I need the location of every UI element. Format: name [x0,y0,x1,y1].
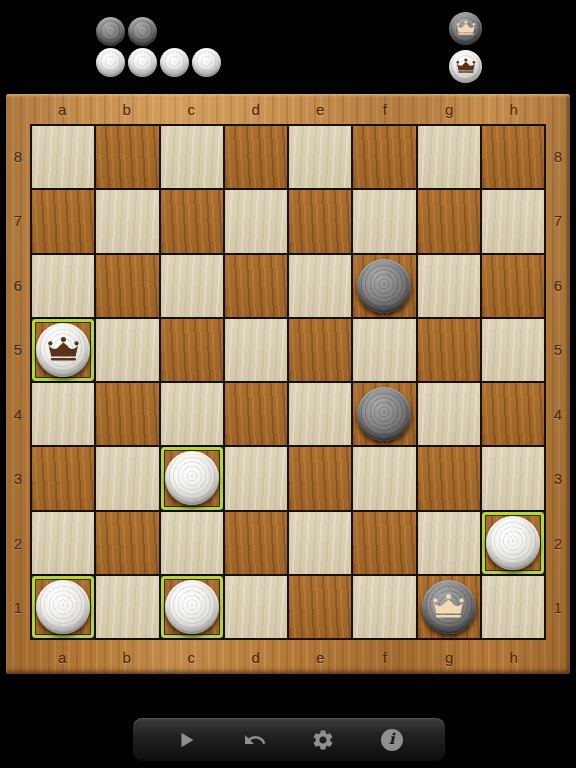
rank-label-5: 5 [6,318,30,383]
square-f2[interactable] [353,512,415,574]
checkers-app-screen: abcdefgh abcdefgh 87654321 87654321 i [0,0,576,768]
file-label-h: h [482,94,547,124]
piece-black-king [449,12,482,45]
square-h8[interactable] [482,126,544,188]
square-d6[interactable] [225,255,287,317]
square-h5[interactable] [482,319,544,381]
piece-black-man [128,17,157,46]
rank-labels-right: 87654321 [546,124,570,640]
square-d5[interactable] [225,319,287,381]
piece-black-king-g1[interactable] [422,580,476,634]
square-f4[interactable] [353,383,415,445]
rank-label-2: 2 [6,511,30,576]
square-e7[interactable] [289,190,351,252]
piece-white-man-a1[interactable] [36,580,90,634]
square-d3[interactable] [225,447,287,509]
square-g1[interactable] [418,576,480,638]
file-label-e: e [288,94,353,124]
file-label-b: b [95,94,160,124]
piece-white-man-c3[interactable] [165,451,219,505]
square-b6[interactable] [96,255,158,317]
rank-label-4: 4 [6,382,30,447]
rank-label-3: 3 [546,447,570,512]
square-g6[interactable] [418,255,480,317]
captured-black-row [96,17,221,46]
file-label-f: f [353,640,418,674]
undo-button[interactable] [240,725,270,755]
crown-icon [44,333,83,366]
settings-button[interactable] [308,725,338,755]
file-label-e: e [288,640,353,674]
square-g4[interactable] [418,383,480,445]
piece-white-man [128,48,157,77]
square-f3[interactable] [353,447,415,509]
square-g3[interactable] [418,447,480,509]
captured-pieces-tray [96,17,221,77]
square-d4[interactable] [225,383,287,445]
square-a6[interactable] [32,255,94,317]
square-c8[interactable] [161,126,223,188]
square-b8[interactable] [96,126,158,188]
bottom-toolbar: i [132,717,446,762]
file-label-b: b [95,640,160,674]
square-h6[interactable] [482,255,544,317]
captured-white-row [96,48,221,77]
square-c4[interactable] [161,383,223,445]
square-h2[interactable] [482,512,544,574]
square-c6[interactable] [161,255,223,317]
square-c1[interactable] [161,576,223,638]
square-a8[interactable] [32,126,94,188]
square-f6[interactable] [353,255,415,317]
square-a1[interactable] [32,576,94,638]
square-d1[interactable] [225,576,287,638]
square-g7[interactable] [418,190,480,252]
gear-icon [311,728,335,752]
play-button[interactable] [171,725,201,755]
rank-label-8: 8 [546,124,570,189]
square-e5[interactable] [289,319,351,381]
square-g8[interactable] [418,126,480,188]
square-c5[interactable] [161,319,223,381]
file-label-g: g [417,640,482,674]
undo-icon [243,728,267,752]
rank-label-4: 4 [546,382,570,447]
piece-white-king-a5[interactable] [36,323,90,377]
rank-label-6: 6 [546,253,570,318]
rank-label-7: 7 [546,189,570,254]
square-c3[interactable] [161,447,223,509]
square-d2[interactable] [225,512,287,574]
square-b7[interactable] [96,190,158,252]
square-h4[interactable] [482,383,544,445]
square-d7[interactable] [225,190,287,252]
square-d8[interactable] [225,126,287,188]
file-label-f: f [353,94,418,124]
square-f5[interactable] [353,319,415,381]
piece-white-man [192,48,221,77]
checkers-board: abcdefgh abcdefgh 87654321 87654321 [6,94,570,674]
square-a4[interactable] [32,383,94,445]
square-b3[interactable] [96,447,158,509]
rank-label-2: 2 [546,511,570,576]
piece-white-man-c1[interactable] [165,580,219,634]
rank-label-5: 5 [546,318,570,383]
file-label-a: a [30,94,95,124]
file-label-h: h [482,640,547,674]
piece-black-man-f4[interactable] [357,387,411,441]
square-b1[interactable] [96,576,158,638]
square-a7[interactable] [32,190,94,252]
file-label-c: c [159,94,224,124]
square-a5[interactable] [32,319,94,381]
square-e2[interactable] [289,512,351,574]
square-h3[interactable] [482,447,544,509]
square-e3[interactable] [289,447,351,509]
square-g2[interactable] [418,512,480,574]
square-e8[interactable] [289,126,351,188]
rank-label-6: 6 [6,253,30,318]
file-label-d: d [224,640,289,674]
square-a3[interactable] [32,447,94,509]
square-f8[interactable] [353,126,415,188]
rank-label-3: 3 [6,447,30,512]
piece-white-man [160,48,189,77]
rank-label-8: 8 [6,124,30,189]
file-label-a: a [30,640,95,674]
square-e4[interactable] [289,383,351,445]
square-f7[interactable] [353,190,415,252]
rank-label-1: 1 [6,576,30,641]
square-a2[interactable] [32,512,94,574]
square-h7[interactable] [482,190,544,252]
square-e1[interactable] [289,576,351,638]
file-labels-bottom: abcdefgh [30,640,546,674]
file-label-d: d [224,94,289,124]
rank-label-1: 1 [546,576,570,641]
piece-black-man-f6[interactable] [357,259,411,313]
king-indicators [449,12,482,83]
info-icon: i [381,729,403,751]
square-b4[interactable] [96,383,158,445]
piece-black-man [96,17,125,46]
crown-icon [454,18,478,38]
info-button[interactable]: i [377,725,407,755]
crown-icon [454,56,478,76]
piece-white-man [96,48,125,77]
crown-icon [429,590,468,623]
square-c7[interactable] [161,190,223,252]
square-c2[interactable] [161,512,223,574]
file-label-c: c [159,640,224,674]
file-label-g: g [417,94,482,124]
play-icon [175,729,197,751]
square-f1[interactable] [353,576,415,638]
square-e6[interactable] [289,255,351,317]
rank-label-7: 7 [6,189,30,254]
rank-labels-left: 87654321 [6,124,30,640]
square-b2[interactable] [96,512,158,574]
square-g5[interactable] [418,319,480,381]
board-grid [30,124,546,640]
piece-white-man-h2[interactable] [486,516,540,570]
file-labels-top: abcdefgh [30,94,546,124]
square-h1[interactable] [482,576,544,638]
piece-white-king [449,50,482,83]
square-b5[interactable] [96,319,158,381]
